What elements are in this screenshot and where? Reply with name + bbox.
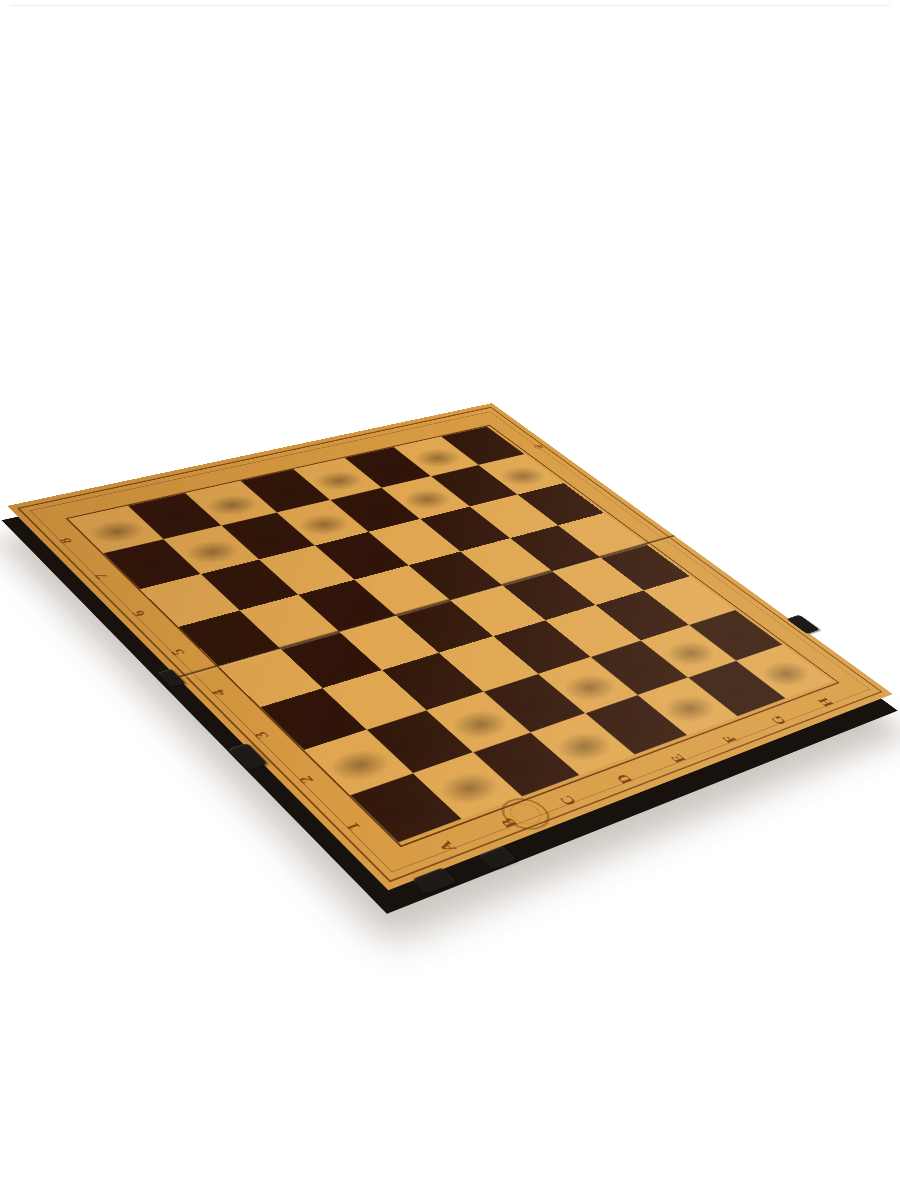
file-label-a: A xyxy=(431,836,464,857)
black-pawn-glyph: ♟ xyxy=(253,491,302,543)
file-label-h: H xyxy=(812,694,840,710)
black-pawn-glyph: ♟ xyxy=(412,455,459,504)
contrasting-finial xyxy=(341,392,352,403)
black-pawn-glyph: ♟ xyxy=(361,467,408,517)
rank-label-2: 2 xyxy=(290,770,322,790)
rank-label-5: 5 xyxy=(163,644,193,661)
black-pawn: ♟ xyxy=(186,557,255,558)
file-label-g: G xyxy=(764,712,793,729)
black-pawn-glyph: ♟ xyxy=(195,504,245,557)
file-label-e: E xyxy=(663,750,693,768)
rank-label-3: 3 xyxy=(246,726,277,745)
rank-label-1: 1 xyxy=(337,816,370,837)
product-photo-canvas: { "game": "chess", "position": { "fen": … xyxy=(0,0,900,1200)
contrasting-finial xyxy=(289,412,300,423)
file-label-c: C xyxy=(552,791,583,810)
rank-label-8: 8 xyxy=(52,533,80,547)
white-rook: ♜ xyxy=(377,817,458,818)
white-rook-glyph: ♜ xyxy=(380,738,456,818)
hinge xyxy=(158,669,185,687)
black-pawn-glyph: ♟ xyxy=(308,479,356,530)
black-pawn-glyph: ♟ xyxy=(461,444,507,492)
file-label-f: F xyxy=(715,730,744,747)
rank-label-7: 7 xyxy=(87,569,116,584)
board-face: ♜♞♝♛♚♝♞♜♟♟♟♟♟♟♟♟♟♟♟♟♟♟♟♟♜♞♝♛♚♝♞♜ ♛ ABCDE… xyxy=(7,403,892,890)
black-pawn: ♟ xyxy=(126,571,197,572)
contrasting-finial xyxy=(642,626,655,639)
black-pawn: ♟ xyxy=(299,529,366,530)
black-pawn: ♟ xyxy=(352,516,417,517)
file-label-d: D xyxy=(609,770,640,789)
rank-label-6: 6 xyxy=(124,605,153,621)
chess-board: ♜♞♝♛♚♝♞♜♟♟♟♟♟♟♟♟♟♟♟♟♟♟♟♟♜♞♝♛♚♝♞♜ ♛ ABCDE… xyxy=(7,403,892,890)
contrasting-finial xyxy=(588,653,601,666)
black-pawn-glyph: ♟ xyxy=(135,518,187,573)
black-pawn: ♟ xyxy=(403,504,467,505)
black-pawn: ♟ xyxy=(452,492,515,493)
black-pawn: ♟ xyxy=(243,543,311,544)
black-pawn-glyph: ♟ xyxy=(508,434,553,482)
black-pawn: ♟ xyxy=(500,480,562,481)
scene: ♜♞♝♛♚♝♞♜♟♟♟♟♟♟♟♟♟♟♟♟♟♟♟♟♜♞♝♛♚♝♞♜ ♛ ABCDE… xyxy=(0,0,900,1200)
latch xyxy=(479,846,517,869)
latch xyxy=(228,743,268,770)
rank-label-4: 4 xyxy=(203,684,234,702)
latch xyxy=(412,867,457,893)
